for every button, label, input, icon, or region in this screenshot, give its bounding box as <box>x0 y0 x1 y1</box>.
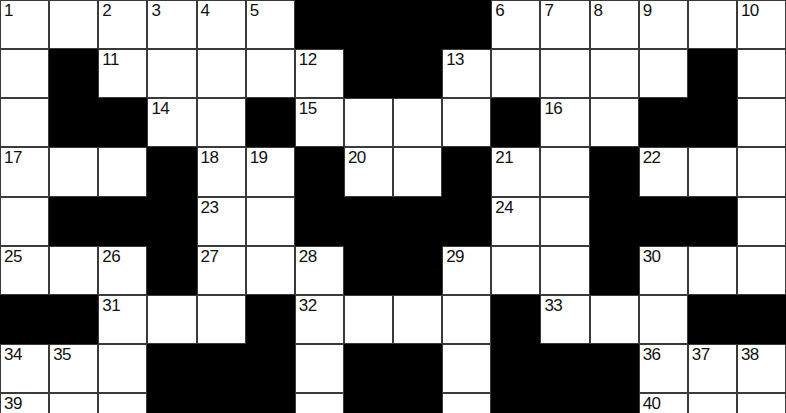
white-cell[interactable] <box>0 49 49 98</box>
white-cell[interactable] <box>737 49 786 98</box>
white-cell[interactable] <box>393 295 442 344</box>
black-cell <box>442 0 491 49</box>
black-cell <box>49 295 98 344</box>
white-cell[interactable]: 23 <box>197 197 246 246</box>
white-cell[interactable]: 3 <box>147 0 196 49</box>
clue-number: 36 <box>643 345 661 365</box>
white-cell[interactable] <box>393 147 442 196</box>
white-cell[interactable]: 34 <box>0 344 49 393</box>
black-cell <box>295 147 344 196</box>
white-cell[interactable] <box>737 246 786 295</box>
white-cell[interactable] <box>639 295 688 344</box>
black-cell <box>590 344 639 393</box>
clue-number: 25 <box>4 247 22 267</box>
clue-number: 21 <box>495 148 513 168</box>
white-cell[interactable]: 17 <box>0 147 49 196</box>
white-cell[interactable] <box>147 49 196 98</box>
clue-number: 31 <box>102 296 120 316</box>
white-cell[interactable]: 26 <box>98 246 147 295</box>
white-cell[interactable] <box>98 147 147 196</box>
white-cell[interactable] <box>393 98 442 147</box>
white-cell[interactable]: 20 <box>344 147 393 196</box>
black-cell <box>0 295 49 344</box>
clue-number: 14 <box>151 99 169 119</box>
white-cell[interactable] <box>737 98 786 147</box>
clue-number: 37 <box>692 345 710 365</box>
white-cell[interactable] <box>442 344 491 393</box>
white-cell[interactable] <box>246 197 295 246</box>
black-cell <box>491 98 540 147</box>
clue-number: 32 <box>299 296 317 316</box>
white-cell[interactable]: 9 <box>639 0 688 49</box>
white-cell[interactable]: 27 <box>197 246 246 295</box>
black-cell <box>344 0 393 49</box>
white-cell[interactable]: 10 <box>737 0 786 49</box>
white-cell[interactable]: 2 <box>98 0 147 49</box>
white-cell[interactable] <box>688 246 737 295</box>
white-cell[interactable] <box>590 49 639 98</box>
white-cell[interactable] <box>49 246 98 295</box>
black-cell <box>393 344 442 393</box>
black-cell <box>590 246 639 295</box>
black-cell <box>491 344 540 393</box>
white-cell[interactable] <box>49 0 98 49</box>
black-cell <box>393 393 442 413</box>
clue-number: 22 <box>643 148 661 168</box>
black-cell <box>688 295 737 344</box>
black-cell <box>147 197 196 246</box>
clue-number: 24 <box>495 198 513 218</box>
clue-number: 2 <box>102 1 111 21</box>
white-cell[interactable]: 36 <box>639 344 688 393</box>
clue-number: 10 <box>741 1 759 21</box>
white-cell[interactable]: 5 <box>246 0 295 49</box>
white-cell[interactable]: 31 <box>98 295 147 344</box>
black-cell <box>344 197 393 246</box>
clue-number: 5 <box>250 1 259 21</box>
clue-number: 33 <box>544 296 562 316</box>
black-cell <box>246 393 295 413</box>
white-cell[interactable]: 28 <box>295 246 344 295</box>
black-cell <box>737 295 786 344</box>
black-cell <box>393 197 442 246</box>
black-cell <box>344 49 393 98</box>
black-cell <box>590 147 639 196</box>
white-cell[interactable]: 39 <box>0 393 49 413</box>
clue-number: 20 <box>348 148 366 168</box>
white-cell[interactable] <box>737 147 786 196</box>
white-cell[interactable]: 22 <box>639 147 688 196</box>
clue-number: 7 <box>544 1 553 21</box>
white-cell[interactable]: 15 <box>295 98 344 147</box>
white-cell[interactable] <box>147 295 196 344</box>
clue-number: 34 <box>4 345 22 365</box>
clue-number: 3 <box>151 1 160 21</box>
white-cell[interactable] <box>540 197 589 246</box>
black-cell <box>246 295 295 344</box>
white-cell[interactable] <box>344 98 393 147</box>
clue-number: 11 <box>102 50 119 70</box>
black-cell <box>540 393 589 413</box>
white-cell[interactable] <box>442 98 491 147</box>
black-cell <box>688 98 737 147</box>
white-cell[interactable]: 40 <box>639 393 688 413</box>
white-cell[interactable]: 29 <box>442 246 491 295</box>
white-cell[interactable]: 4 <box>197 0 246 49</box>
black-cell <box>197 344 246 393</box>
white-cell[interactable] <box>688 0 737 49</box>
clue-number: 27 <box>201 247 219 267</box>
clue-number: 8 <box>594 1 603 21</box>
clue-number: 1 <box>4 1 13 21</box>
white-cell[interactable] <box>491 49 540 98</box>
black-cell <box>98 197 147 246</box>
white-cell[interactable]: 16 <box>540 98 589 147</box>
black-cell <box>49 197 98 246</box>
white-cell[interactable]: 35 <box>49 344 98 393</box>
black-cell <box>147 393 196 413</box>
clue-number: 13 <box>446 50 464 70</box>
white-cell[interactable] <box>246 246 295 295</box>
black-cell <box>344 246 393 295</box>
white-cell[interactable]: 30 <box>639 246 688 295</box>
white-cell[interactable]: 18 <box>197 147 246 196</box>
black-cell <box>590 393 639 413</box>
white-cell[interactable] <box>0 197 49 246</box>
black-cell <box>98 98 147 147</box>
white-cell[interactable] <box>49 393 98 413</box>
white-cell[interactable]: 33 <box>540 295 589 344</box>
white-cell[interactable] <box>540 147 589 196</box>
white-cell[interactable] <box>197 49 246 98</box>
black-cell <box>639 98 688 147</box>
black-cell <box>246 98 295 147</box>
white-cell[interactable]: 14 <box>147 98 196 147</box>
white-cell[interactable]: 32 <box>295 295 344 344</box>
crossword-grid: 1234567891011121314151617181920212223242… <box>0 0 786 413</box>
black-cell <box>49 98 98 147</box>
clue-number: 29 <box>446 247 464 267</box>
black-cell <box>344 393 393 413</box>
clue-number: 4 <box>201 1 210 21</box>
white-cell[interactable] <box>344 295 393 344</box>
black-cell <box>49 49 98 98</box>
clue-number: 16 <box>544 99 562 119</box>
black-cell <box>688 49 737 98</box>
white-cell[interactable] <box>0 98 49 147</box>
white-cell[interactable]: 38 <box>737 344 786 393</box>
white-cell[interactable] <box>295 393 344 413</box>
white-cell[interactable]: 12 <box>295 49 344 98</box>
white-cell[interactable] <box>540 49 589 98</box>
clue-number: 17 <box>4 148 22 168</box>
white-cell[interactable]: 21 <box>491 147 540 196</box>
white-cell[interactable] <box>590 295 639 344</box>
clue-number: 9 <box>643 1 652 21</box>
black-cell <box>590 197 639 246</box>
black-cell <box>197 393 246 413</box>
black-cell <box>491 393 540 413</box>
clue-number: 15 <box>299 99 317 119</box>
black-cell <box>147 344 196 393</box>
white-cell[interactable]: 24 <box>491 197 540 246</box>
clue-number: 30 <box>643 247 661 267</box>
black-cell <box>639 197 688 246</box>
clue-number: 19 <box>250 148 268 168</box>
white-cell[interactable]: 19 <box>246 147 295 196</box>
clue-number: 40 <box>643 394 661 413</box>
white-cell[interactable] <box>442 393 491 413</box>
clue-number: 28 <box>299 247 317 267</box>
clue-number: 38 <box>741 345 759 365</box>
white-cell[interactable] <box>442 295 491 344</box>
clue-number: 6 <box>495 1 504 21</box>
black-cell <box>442 197 491 246</box>
white-cell[interactable] <box>98 344 147 393</box>
white-cell[interactable]: 11 <box>98 49 147 98</box>
white-cell[interactable] <box>49 147 98 196</box>
white-cell[interactable] <box>737 393 786 413</box>
white-cell[interactable] <box>197 98 246 147</box>
white-cell[interactable] <box>688 393 737 413</box>
black-cell <box>393 49 442 98</box>
black-cell <box>147 147 196 196</box>
black-cell <box>442 147 491 196</box>
white-cell[interactable] <box>688 147 737 196</box>
black-cell <box>246 344 295 393</box>
white-cell[interactable] <box>491 246 540 295</box>
white-cell[interactable] <box>197 295 246 344</box>
white-cell[interactable] <box>737 197 786 246</box>
black-cell <box>295 197 344 246</box>
black-cell <box>393 246 442 295</box>
black-cell <box>147 246 196 295</box>
clue-number: 18 <box>201 148 219 168</box>
white-cell[interactable]: 6 <box>491 0 540 49</box>
white-cell[interactable] <box>540 246 589 295</box>
white-cell[interactable]: 1 <box>0 0 49 49</box>
white-cell[interactable] <box>590 98 639 147</box>
black-cell <box>491 295 540 344</box>
clue-number: 26 <box>102 247 120 267</box>
white-cell[interactable]: 8 <box>590 0 639 49</box>
black-cell <box>295 0 344 49</box>
black-cell <box>540 344 589 393</box>
clue-number: 39 <box>4 394 22 413</box>
black-cell <box>688 197 737 246</box>
clue-number: 23 <box>201 198 219 218</box>
white-cell[interactable]: 7 <box>540 0 589 49</box>
white-cell[interactable] <box>246 49 295 98</box>
crossword-board: 1234567891011121314151617181920212223242… <box>0 0 786 413</box>
white-cell[interactable] <box>639 49 688 98</box>
white-cell[interactable] <box>98 393 147 413</box>
white-cell[interactable]: 25 <box>0 246 49 295</box>
black-cell <box>344 344 393 393</box>
clue-number: 12 <box>299 50 317 70</box>
white-cell[interactable] <box>295 344 344 393</box>
clue-number: 35 <box>53 345 71 365</box>
white-cell[interactable]: 37 <box>688 344 737 393</box>
black-cell <box>393 0 442 49</box>
white-cell[interactable]: 13 <box>442 49 491 98</box>
